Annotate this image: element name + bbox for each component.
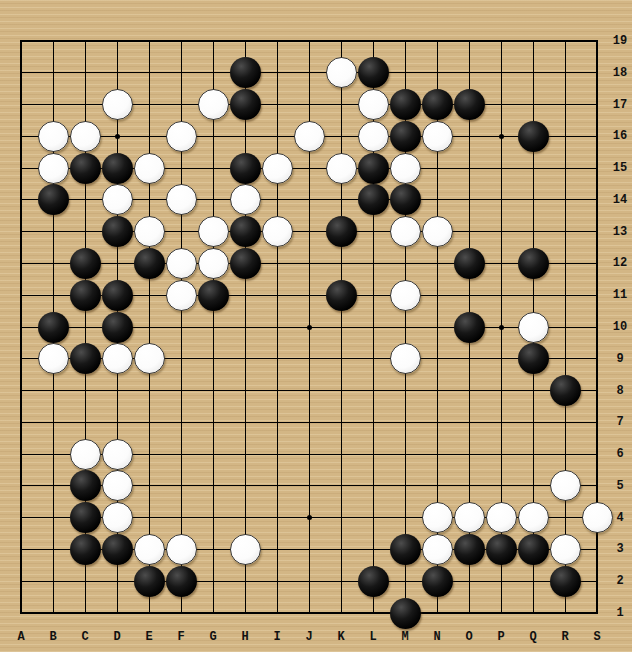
col-label-p: P	[493, 630, 509, 644]
stone-white-c16	[70, 121, 101, 152]
star-point-p10	[499, 325, 504, 330]
stone-black-d15	[102, 153, 133, 184]
stone-white-i13	[262, 216, 293, 247]
stone-white-b16	[38, 121, 69, 152]
stone-black-m1	[390, 598, 421, 629]
stone-white-n4	[422, 502, 453, 533]
grid-line-horizontal	[20, 581, 598, 582]
row-label-8: 8	[606, 384, 632, 398]
star-point-j4	[307, 515, 312, 520]
row-label-4: 4	[606, 511, 632, 525]
stone-white-p4	[486, 502, 517, 533]
row-label-6: 6	[606, 447, 632, 461]
stone-black-c11	[70, 280, 101, 311]
stone-black-q9	[518, 343, 549, 374]
stone-white-d17	[102, 89, 133, 120]
stone-white-g12	[198, 248, 229, 279]
row-label-14: 14	[606, 193, 632, 207]
stone-white-r3	[550, 534, 581, 565]
col-label-c: C	[77, 630, 93, 644]
stone-white-m9	[390, 343, 421, 374]
stone-black-c5	[70, 470, 101, 501]
row-label-11: 11	[606, 288, 632, 302]
stone-black-h12	[230, 248, 261, 279]
stone-white-d9	[102, 343, 133, 374]
row-label-15: 15	[606, 161, 632, 175]
stone-black-h13	[230, 216, 261, 247]
stone-black-m16	[390, 121, 421, 152]
grid-line-vertical	[341, 40, 342, 614]
stone-black-h17	[230, 89, 261, 120]
stone-white-m11	[390, 280, 421, 311]
stone-black-k11	[326, 280, 357, 311]
row-label-12: 12	[606, 256, 632, 270]
stone-white-f16	[166, 121, 197, 152]
grid-line-horizontal	[20, 422, 598, 423]
stone-black-d3	[102, 534, 133, 565]
stone-white-j16	[294, 121, 325, 152]
stone-white-g17	[198, 89, 229, 120]
row-label-5: 5	[606, 479, 632, 493]
stone-black-h15	[230, 153, 261, 184]
stone-white-c6	[70, 439, 101, 470]
stone-white-k18	[326, 57, 357, 88]
stone-black-q12	[518, 248, 549, 279]
grid-line-horizontal	[20, 612, 598, 614]
stone-white-e3	[134, 534, 165, 565]
row-label-3: 3	[606, 542, 632, 556]
col-label-n: N	[429, 630, 445, 644]
stone-black-l18	[358, 57, 389, 88]
stone-black-c12	[70, 248, 101, 279]
col-label-a: A	[13, 630, 29, 644]
row-label-9: 9	[606, 352, 632, 366]
stone-black-c15	[70, 153, 101, 184]
stone-white-q10	[518, 312, 549, 343]
stone-black-o10	[454, 312, 485, 343]
stone-black-l15	[358, 153, 389, 184]
col-label-r: R	[557, 630, 573, 644]
stone-black-l2	[358, 566, 389, 597]
stone-black-m14	[390, 184, 421, 215]
stone-white-i15	[262, 153, 293, 184]
row-label-1: 1	[606, 606, 632, 620]
stone-white-d4	[102, 502, 133, 533]
stone-white-e9	[134, 343, 165, 374]
stone-black-n2	[422, 566, 453, 597]
stone-black-c4	[70, 502, 101, 533]
stone-white-l17	[358, 89, 389, 120]
col-label-s: S	[589, 630, 605, 644]
col-label-g: G	[205, 630, 221, 644]
stone-black-d10	[102, 312, 133, 343]
col-label-h: H	[237, 630, 253, 644]
row-label-13: 13	[606, 225, 632, 239]
stone-black-g11	[198, 280, 229, 311]
stone-black-q16	[518, 121, 549, 152]
stone-black-b10	[38, 312, 69, 343]
stone-white-f11	[166, 280, 197, 311]
stone-white-m13	[390, 216, 421, 247]
stone-white-n16	[422, 121, 453, 152]
grid-line-horizontal	[20, 390, 598, 391]
stone-black-l14	[358, 184, 389, 215]
stone-white-f14	[166, 184, 197, 215]
stone-black-r2	[550, 566, 581, 597]
col-label-d: D	[109, 630, 125, 644]
stone-black-o17	[454, 89, 485, 120]
stone-white-o4	[454, 502, 485, 533]
col-label-o: O	[461, 630, 477, 644]
stone-black-e2	[134, 566, 165, 597]
stone-white-b15	[38, 153, 69, 184]
stone-white-e13	[134, 216, 165, 247]
stone-white-h3	[230, 534, 261, 565]
stone-white-g13	[198, 216, 229, 247]
stone-black-q3	[518, 534, 549, 565]
stone-white-f3	[166, 534, 197, 565]
stone-black-n17	[422, 89, 453, 120]
stone-white-d5	[102, 470, 133, 501]
col-label-j: J	[301, 630, 317, 644]
row-label-2: 2	[606, 574, 632, 588]
col-label-f: F	[173, 630, 189, 644]
stone-black-f2	[166, 566, 197, 597]
row-label-10: 10	[606, 320, 632, 334]
stone-white-r5	[550, 470, 581, 501]
stone-black-p3	[486, 534, 517, 565]
grid-line-vertical	[565, 40, 566, 614]
row-label-18: 18	[606, 66, 632, 80]
stone-white-d6	[102, 439, 133, 470]
stone-white-h14	[230, 184, 261, 215]
col-label-l: L	[365, 630, 381, 644]
col-label-b: B	[45, 630, 61, 644]
stone-white-f12	[166, 248, 197, 279]
stone-white-k15	[326, 153, 357, 184]
stone-black-b14	[38, 184, 69, 215]
stone-white-e15	[134, 153, 165, 184]
stone-black-e12	[134, 248, 165, 279]
stone-black-c3	[70, 534, 101, 565]
stone-white-b9	[38, 343, 69, 374]
stone-white-n13	[422, 216, 453, 247]
stone-black-m17	[390, 89, 421, 120]
stone-white-d14	[102, 184, 133, 215]
stone-black-c9	[70, 343, 101, 374]
stone-black-d13	[102, 216, 133, 247]
stone-white-l16	[358, 121, 389, 152]
stone-black-k13	[326, 216, 357, 247]
stone-black-m3	[390, 534, 421, 565]
star-point-p16	[499, 134, 504, 139]
stone-black-r8	[550, 375, 581, 406]
col-label-m: M	[397, 630, 413, 644]
col-label-e: E	[141, 630, 157, 644]
stone-black-d11	[102, 280, 133, 311]
star-point-d16	[115, 134, 120, 139]
go-board[interactable]: ABCDEFGHIJKLMNOPQRS 19181716151413121110…	[0, 0, 632, 652]
stone-white-m15	[390, 153, 421, 184]
col-label-i: I	[269, 630, 285, 644]
col-label-k: K	[333, 630, 349, 644]
stone-white-n3	[422, 534, 453, 565]
stone-white-q4	[518, 502, 549, 533]
row-label-17: 17	[606, 98, 632, 112]
col-label-q: Q	[525, 630, 541, 644]
star-point-j10	[307, 325, 312, 330]
row-label-16: 16	[606, 129, 632, 143]
stone-black-o12	[454, 248, 485, 279]
row-label-19: 19	[606, 34, 632, 48]
row-label-7: 7	[606, 415, 632, 429]
stone-black-o3	[454, 534, 485, 565]
stone-black-h18	[230, 57, 261, 88]
